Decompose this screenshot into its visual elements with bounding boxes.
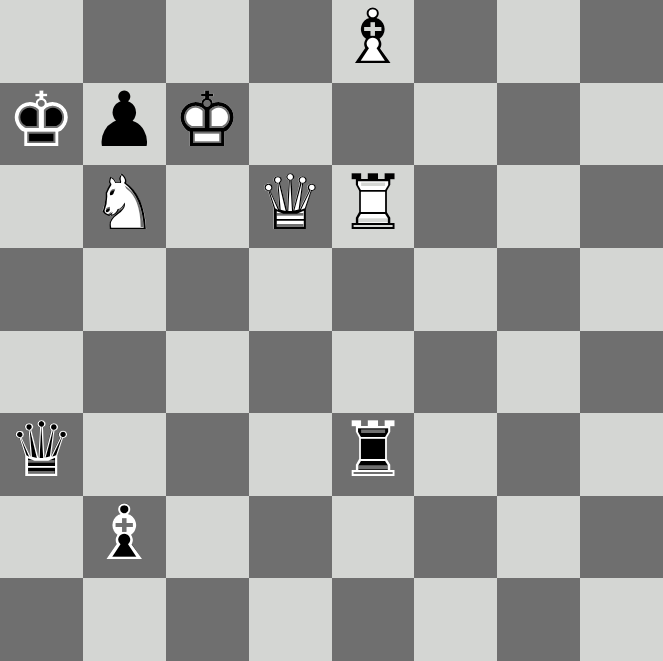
square-g6[interactable]	[497, 165, 580, 248]
chess-board: ♝♗♚♔♟♚♔♞♘♛♕♜♖♛♕♜♖♝♗	[0, 0, 663, 661]
square-e1[interactable]	[332, 578, 415, 661]
square-f7[interactable]	[414, 83, 497, 166]
square-c2[interactable]	[166, 496, 249, 579]
square-e7[interactable]	[332, 83, 415, 166]
square-b2[interactable]: ♝♗	[83, 496, 166, 579]
black-rook-fill-glyph: ♜	[339, 413, 407, 489]
square-h5[interactable]	[580, 248, 663, 331]
black-king-fill-glyph: ♚	[7, 83, 75, 159]
square-f6[interactable]	[414, 165, 497, 248]
square-g4[interactable]	[497, 331, 580, 414]
square-d7[interactable]	[249, 83, 332, 166]
square-b5[interactable]	[83, 248, 166, 331]
white-bishop-outline-glyph: ♗	[339, 0, 407, 76]
square-c6[interactable]	[166, 165, 249, 248]
square-d3[interactable]	[249, 413, 332, 496]
white-bishop-fill-glyph: ♝	[339, 0, 407, 76]
square-a1[interactable]	[0, 578, 83, 661]
white-knight-piece[interactable]: ♞♘	[83, 165, 166, 248]
white-rook-piece[interactable]: ♜♖	[332, 165, 415, 248]
white-queen-outline-glyph: ♕	[256, 165, 324, 241]
white-bishop-piece[interactable]: ♝♗	[332, 0, 415, 83]
black-rook-outline-glyph: ♖	[339, 413, 407, 489]
white-rook-outline-glyph: ♖	[339, 165, 407, 241]
square-d5[interactable]	[249, 248, 332, 331]
square-b8[interactable]	[83, 0, 166, 83]
square-h7[interactable]	[580, 83, 663, 166]
black-bishop-piece[interactable]: ♝♗	[83, 496, 166, 579]
white-queen-piece[interactable]: ♛♕	[249, 165, 332, 248]
white-king-outline-glyph: ♔	[173, 83, 241, 159]
white-king-piece[interactable]: ♚♔	[166, 83, 249, 166]
square-h6[interactable]	[580, 165, 663, 248]
square-d2[interactable]	[249, 496, 332, 579]
square-g5[interactable]	[497, 248, 580, 331]
square-c5[interactable]	[166, 248, 249, 331]
square-a5[interactable]	[0, 248, 83, 331]
white-knight-fill-glyph: ♞	[90, 165, 158, 241]
square-g3[interactable]	[497, 413, 580, 496]
square-f2[interactable]	[414, 496, 497, 579]
square-h3[interactable]	[580, 413, 663, 496]
square-a3[interactable]: ♛♕	[0, 413, 83, 496]
square-a7[interactable]: ♚♔	[0, 83, 83, 166]
square-e2[interactable]	[332, 496, 415, 579]
black-queen-fill-glyph: ♛	[7, 413, 75, 489]
square-d4[interactable]	[249, 331, 332, 414]
square-f3[interactable]	[414, 413, 497, 496]
square-h8[interactable]	[580, 0, 663, 83]
black-bishop-fill-glyph: ♝	[90, 496, 158, 572]
square-g8[interactable]	[497, 0, 580, 83]
white-queen-fill-glyph: ♛	[256, 165, 324, 241]
white-rook-fill-glyph: ♜	[339, 165, 407, 241]
square-a8[interactable]	[0, 0, 83, 83]
black-queen-outline-glyph: ♕	[7, 413, 75, 489]
square-a6[interactable]	[0, 165, 83, 248]
square-d8[interactable]	[249, 0, 332, 83]
square-h4[interactable]	[580, 331, 663, 414]
black-queen-piece[interactable]: ♛♕	[0, 413, 83, 496]
square-g7[interactable]	[497, 83, 580, 166]
square-h1[interactable]	[580, 578, 663, 661]
black-pawn-fill-glyph: ♟	[90, 83, 158, 159]
square-b4[interactable]	[83, 331, 166, 414]
square-d6[interactable]: ♛♕	[249, 165, 332, 248]
square-b3[interactable]	[83, 413, 166, 496]
square-e3[interactable]: ♜♖	[332, 413, 415, 496]
black-king-outline-glyph: ♔	[7, 83, 75, 159]
square-f1[interactable]	[414, 578, 497, 661]
black-rook-piece[interactable]: ♜♖	[332, 413, 415, 496]
white-knight-outline-glyph: ♘	[90, 165, 158, 241]
square-c8[interactable]	[166, 0, 249, 83]
square-a4[interactable]	[0, 331, 83, 414]
square-c4[interactable]	[166, 331, 249, 414]
square-c1[interactable]	[166, 578, 249, 661]
square-g1[interactable]	[497, 578, 580, 661]
square-e4[interactable]	[332, 331, 415, 414]
square-d1[interactable]	[249, 578, 332, 661]
square-b1[interactable]	[83, 578, 166, 661]
square-e6[interactable]: ♜♖	[332, 165, 415, 248]
square-c3[interactable]	[166, 413, 249, 496]
square-f8[interactable]	[414, 0, 497, 83]
square-f4[interactable]	[414, 331, 497, 414]
black-pawn-piece[interactable]: ♟	[83, 83, 166, 166]
square-b7[interactable]: ♟	[83, 83, 166, 166]
square-g2[interactable]	[497, 496, 580, 579]
square-e5[interactable]	[332, 248, 415, 331]
square-b6[interactable]: ♞♘	[83, 165, 166, 248]
square-f5[interactable]	[414, 248, 497, 331]
square-e8[interactable]: ♝♗	[332, 0, 415, 83]
square-c7[interactable]: ♚♔	[166, 83, 249, 166]
black-bishop-outline-glyph: ♗	[90, 496, 158, 572]
white-king-fill-glyph: ♚	[173, 83, 241, 159]
black-king-piece[interactable]: ♚♔	[0, 83, 83, 166]
square-a2[interactable]	[0, 496, 83, 579]
square-h2[interactable]	[580, 496, 663, 579]
